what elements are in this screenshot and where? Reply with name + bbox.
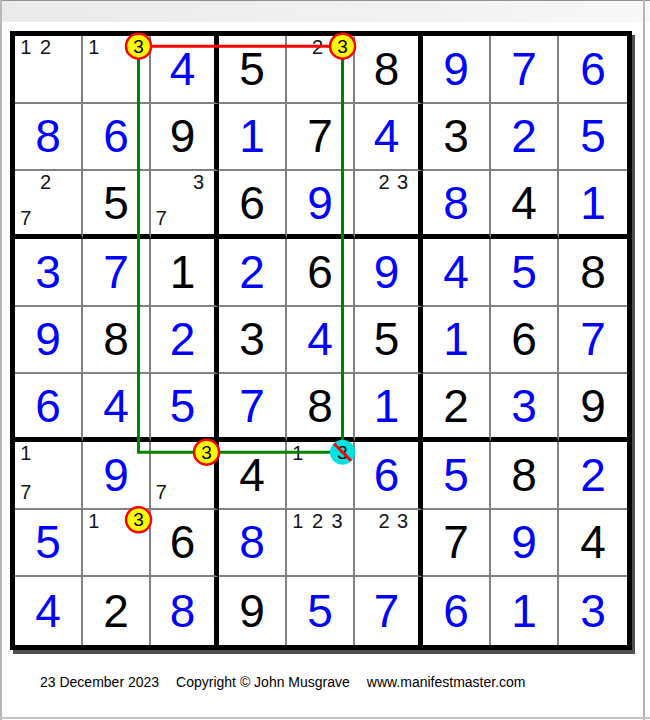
- cell-value: 5: [239, 46, 265, 92]
- cell-value: 4: [374, 113, 400, 159]
- cell-value: 1: [374, 383, 400, 429]
- cell-r7c1[interactable]: 17: [15, 442, 83, 510]
- cell-r5c9[interactable]: 7: [559, 307, 627, 375]
- candidate-mark: 7: [16, 208, 36, 228]
- cell-value: 5: [374, 316, 400, 362]
- candidate-mark: 7: [152, 208, 171, 228]
- cell-value: 6: [239, 180, 265, 226]
- cell-value: 7: [580, 316, 606, 362]
- cell-value: 8: [35, 113, 61, 159]
- cell-r8c3[interactable]: 6: [151, 510, 219, 578]
- candidate-mark: 3: [189, 172, 208, 192]
- cell-r6c3[interactable]: 5: [151, 374, 219, 442]
- cell-value: 3: [443, 113, 469, 159]
- cell-value: 6: [170, 519, 196, 565]
- cell-r4c8[interactable]: 5: [491, 239, 559, 307]
- cell-value: 6: [374, 452, 400, 498]
- candidate-grid: 13: [84, 511, 143, 570]
- candidate-mark: 7: [16, 482, 36, 502]
- cell-r1c4[interactable]: 5: [219, 36, 287, 104]
- cell-r9c5[interactable]: 5: [287, 577, 355, 645]
- candidate-mark: 1: [84, 37, 104, 57]
- cell-r6c6[interactable]: 1: [355, 374, 423, 442]
- cell-r1c6[interactable]: 8: [355, 36, 423, 104]
- cell-value: 6: [580, 46, 606, 92]
- cell-r9c1[interactable]: 4: [15, 577, 83, 645]
- cell-r5c6[interactable]: 5: [355, 307, 423, 375]
- cell-r7c3[interactable]: 37: [151, 442, 219, 510]
- cell-value: 9: [239, 588, 265, 634]
- cell-value: 1: [580, 180, 606, 226]
- cell-value: 3: [580, 588, 606, 634]
- candidate-grid: 37: [152, 443, 208, 502]
- cell-r6c8[interactable]: 3: [491, 374, 559, 442]
- cell-value: 8: [103, 316, 129, 362]
- cell-r2c4[interactable]: 1: [219, 104, 287, 172]
- cell-r5c8[interactable]: 6: [491, 307, 559, 375]
- candidate-mark: 1: [84, 511, 104, 531]
- cell-value: 4: [580, 519, 606, 565]
- cell-r4c5[interactable]: 6: [287, 239, 355, 307]
- cell-value: 1: [239, 113, 265, 159]
- cell-value: 8: [580, 249, 606, 295]
- window-border-bottom: [0, 717, 650, 719]
- cell-value: 4: [35, 588, 61, 634]
- cell-value: 2: [443, 383, 469, 429]
- cell-r1c1[interactable]: 12: [15, 36, 83, 104]
- window-border-right: [643, 0, 645, 720]
- cell-value: 9: [511, 519, 537, 565]
- candidate-grid: 13: [288, 443, 347, 502]
- cell-value: 7: [374, 588, 400, 634]
- cell-r8c1[interactable]: 5: [15, 510, 83, 578]
- cell-r4c4[interactable]: 2: [219, 239, 287, 307]
- cell-r7c7[interactable]: 5: [423, 442, 491, 510]
- candidate-mark: 3: [393, 172, 412, 192]
- cell-r1c2[interactable]: 13: [83, 36, 151, 104]
- cell-r4c1[interactable]: 3: [15, 239, 83, 307]
- cell-r1c9[interactable]: 6: [559, 36, 627, 104]
- candidate-mark: 2: [375, 511, 394, 531]
- candidate-mark: 1: [288, 511, 308, 531]
- cell-r8c7[interactable]: 7: [423, 510, 491, 578]
- cell-r2c9[interactable]: 5: [559, 104, 627, 172]
- cell-r1c3[interactable]: 4: [151, 36, 219, 104]
- cell-r5c7[interactable]: 1: [423, 307, 491, 375]
- cell-value: 7: [443, 519, 469, 565]
- cell-value: 5: [307, 588, 333, 634]
- candidate-mark: 2: [308, 37, 328, 57]
- window-border-left: [0, 0, 2, 720]
- cell-value: 5: [35, 519, 61, 565]
- cell-value: 4: [443, 249, 469, 295]
- cell-r1c7[interactable]: 9: [423, 36, 491, 104]
- cell-r7c2[interactable]: 9: [83, 442, 151, 510]
- cell-r3c2[interactable]: 5: [83, 171, 151, 239]
- cell-r7c9[interactable]: 2: [559, 442, 627, 510]
- cell-value: 2: [170, 316, 196, 362]
- cell-value: 4: [239, 452, 265, 498]
- candidate-grid: 27: [16, 172, 75, 228]
- cell-value: 9: [443, 46, 469, 92]
- cell-value: 5: [580, 113, 606, 159]
- cell-r7c4[interactable]: 4: [219, 442, 287, 510]
- cell-r8c9[interactable]: 4: [559, 510, 627, 578]
- cell-r3c3[interactable]: 37: [151, 171, 219, 239]
- cell-r8c5[interactable]: 123: [287, 510, 355, 578]
- footer: 23 December 2023 Copyright © John Musgra…: [40, 674, 526, 690]
- cell-r4c6[interactable]: 9: [355, 239, 423, 307]
- cell-r5c1[interactable]: 9: [15, 307, 83, 375]
- cell-r8c6[interactable]: 23: [355, 510, 423, 578]
- cell-r2c2[interactable]: 6: [83, 104, 151, 172]
- cell-r3c9[interactable]: 1: [559, 171, 627, 239]
- cell-r6c7[interactable]: 2: [423, 374, 491, 442]
- cell-value: 4: [307, 316, 333, 362]
- cell-value: 5: [170, 383, 196, 429]
- candidate-mark: 3: [123, 37, 143, 57]
- cell-r3c5[interactable]: 9: [287, 171, 355, 239]
- cell-value: 4: [511, 180, 537, 226]
- cell-value: 9: [170, 113, 196, 159]
- cell-r8c8[interactable]: 9: [491, 510, 559, 578]
- cell-value: 2: [580, 452, 606, 498]
- cell-r9c9[interactable]: 3: [559, 577, 627, 645]
- title-bar: [0, 0, 650, 22]
- cell-r5c3[interactable]: 2: [151, 307, 219, 375]
- cell-value: 6: [35, 383, 61, 429]
- cell-value: 1: [511, 588, 537, 634]
- cell-value: 7: [307, 113, 333, 159]
- cell-r6c9[interactable]: 9: [559, 374, 627, 442]
- cell-r5c4[interactable]: 3: [219, 307, 287, 375]
- cell-r3c4[interactable]: 6: [219, 171, 287, 239]
- cell-value: 8: [374, 46, 400, 92]
- cell-r9c8[interactable]: 1: [491, 577, 559, 645]
- cell-value: 2: [103, 588, 129, 634]
- sudoku-diagram-page: 1213452389768691743252753769238413712694…: [0, 0, 650, 720]
- cell-value: 7: [239, 383, 265, 429]
- candidate-grid: 123: [288, 511, 347, 570]
- cell-value: 9: [35, 316, 61, 362]
- cell-r5c2[interactable]: 8: [83, 307, 151, 375]
- cell-r2c7[interactable]: 3: [423, 104, 491, 172]
- candidate-grid: 23: [356, 511, 412, 570]
- cell-r9c7[interactable]: 6: [423, 577, 491, 645]
- cell-value: 7: [103, 249, 129, 295]
- candidate-grid: 23: [356, 172, 412, 228]
- cell-r7c8[interactable]: 8: [491, 442, 559, 510]
- cell-r5c5[interactable]: 4: [287, 307, 355, 375]
- candidate-mark: 2: [36, 37, 56, 57]
- cell-value: 6: [443, 588, 469, 634]
- cell-value: 9: [374, 249, 400, 295]
- cell-value: 8: [239, 519, 265, 565]
- footer-website-link[interactable]: www.manifestmaster.com: [367, 674, 526, 690]
- cell-r3c1[interactable]: 27: [15, 171, 83, 239]
- cell-r2c8[interactable]: 2: [491, 104, 559, 172]
- cell-r7c6[interactable]: 6: [355, 442, 423, 510]
- candidate-grid: 37: [152, 172, 208, 228]
- candidate-mark: 3: [327, 443, 347, 463]
- cell-r9c6[interactable]: 7: [355, 577, 423, 645]
- cell-r8c4[interactable]: 8: [219, 510, 287, 578]
- cell-r2c3[interactable]: 9: [151, 104, 219, 172]
- cell-value: 8: [511, 452, 537, 498]
- candidate-mark: 3: [393, 511, 412, 531]
- candidate-mark: 3: [123, 511, 143, 531]
- cell-value: 4: [170, 46, 196, 92]
- cell-r2c6[interactable]: 4: [355, 104, 423, 172]
- cell-r4c2[interactable]: 7: [83, 239, 151, 307]
- candidate-mark: 2: [36, 172, 56, 192]
- cell-r1c5[interactable]: 23: [287, 36, 355, 104]
- candidate-mark: 3: [327, 511, 347, 531]
- cell-value: 1: [443, 316, 469, 362]
- footer-copyright: Copyright © John Musgrave: [176, 674, 350, 690]
- cell-r3c6[interactable]: 23: [355, 171, 423, 239]
- candidate-mark: 3: [327, 37, 347, 57]
- candidate-mark: 3: [189, 443, 208, 463]
- cell-value: 8: [307, 383, 333, 429]
- candidate-grid: 13: [84, 37, 143, 96]
- cell-r8c2[interactable]: 13: [83, 510, 151, 578]
- cell-r3c7[interactable]: 8: [423, 171, 491, 239]
- cell-r6c2[interactable]: 4: [83, 374, 151, 442]
- cell-r7c5[interactable]: 13: [287, 442, 355, 510]
- candidate-mark: 1: [16, 37, 36, 57]
- cell-r9c2[interactable]: 2: [83, 577, 151, 645]
- cell-value: 9: [307, 180, 333, 226]
- candidate-grid: 23: [288, 37, 347, 96]
- cell-value: 2: [239, 249, 265, 295]
- candidate-mark: 1: [288, 443, 308, 463]
- cell-value: 7: [511, 46, 537, 92]
- cell-r6c5[interactable]: 8: [287, 374, 355, 442]
- cell-r2c5[interactable]: 7: [287, 104, 355, 172]
- cell-value: 5: [511, 249, 537, 295]
- cell-value: 5: [443, 452, 469, 498]
- sudoku-board: 1213452389768691743252753769238413712694…: [10, 31, 632, 650]
- cell-r6c4[interactable]: 7: [219, 374, 287, 442]
- cell-value: 9: [580, 383, 606, 429]
- cell-value: 6: [511, 316, 537, 362]
- cell-value: 3: [35, 249, 61, 295]
- candidate-mark: 1: [16, 443, 36, 463]
- cell-value: 1: [170, 249, 196, 295]
- cell-value: 3: [239, 316, 265, 362]
- cell-r4c9[interactable]: 8: [559, 239, 627, 307]
- candidate-mark: 7: [152, 482, 171, 502]
- footer-date: 23 December 2023: [40, 674, 159, 690]
- cell-value: 2: [511, 113, 537, 159]
- cell-value: 6: [307, 249, 333, 295]
- candidate-mark: 2: [308, 511, 328, 531]
- candidate-mark: 2: [375, 172, 394, 192]
- cell-r9c3[interactable]: 8: [151, 577, 219, 645]
- cell-r6c1[interactable]: 6: [15, 374, 83, 442]
- cell-value: 8: [170, 588, 196, 634]
- cell-r3c8[interactable]: 4: [491, 171, 559, 239]
- cell-value: 9: [103, 452, 129, 498]
- cell-value: 5: [103, 180, 129, 226]
- cell-value: 3: [511, 383, 537, 429]
- cell-r2c1[interactable]: 8: [15, 104, 83, 172]
- cell-r4c3[interactable]: 1: [151, 239, 219, 307]
- cell-r4c7[interactable]: 4: [423, 239, 491, 307]
- candidate-grid: 12: [16, 37, 75, 96]
- candidate-grid: 17: [16, 443, 75, 502]
- cell-value: 4: [103, 383, 129, 429]
- cell-r1c8[interactable]: 7: [491, 36, 559, 104]
- cell-r9c4[interactable]: 9: [219, 577, 287, 645]
- cell-value: 8: [443, 180, 469, 226]
- cell-value: 6: [103, 113, 129, 159]
